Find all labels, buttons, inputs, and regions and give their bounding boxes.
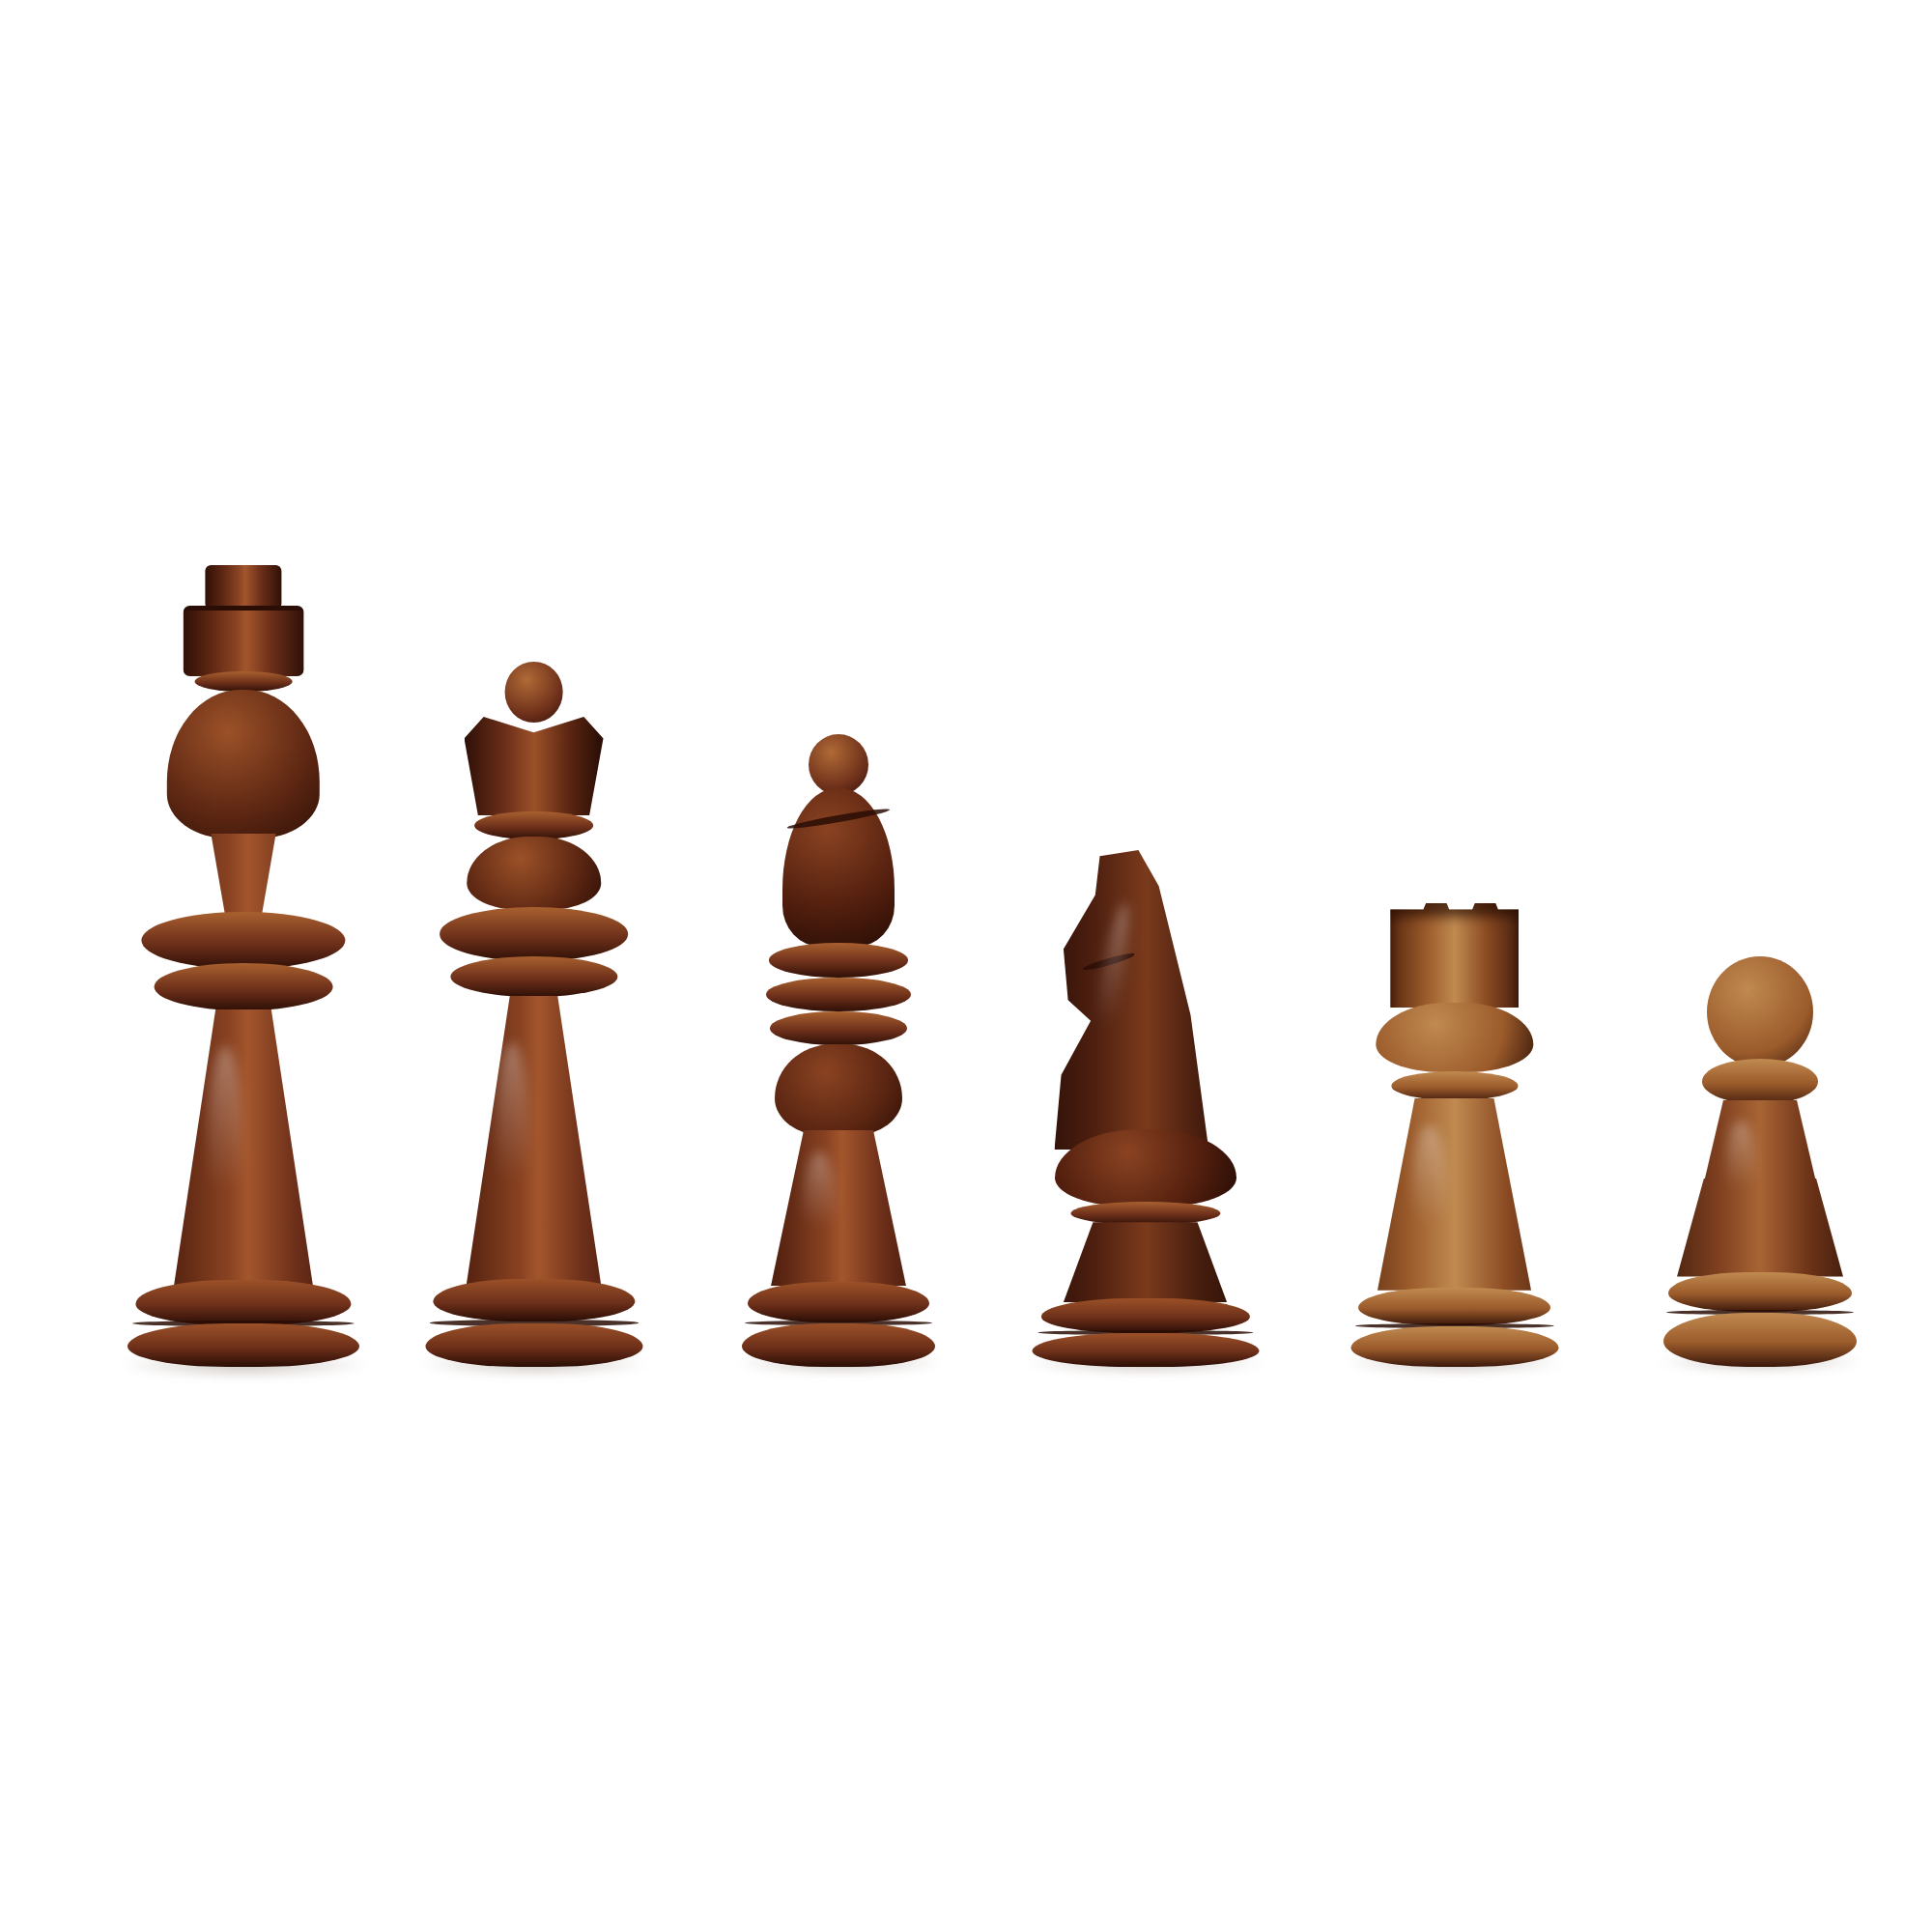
product-photo-canvas xyxy=(0,0,1932,1932)
king-collar-upper xyxy=(141,912,345,970)
rook-base-upper xyxy=(1358,1288,1551,1324)
knight-base-upper xyxy=(1040,1298,1249,1332)
queen-coronet xyxy=(465,717,604,815)
bishop-piece xyxy=(742,734,935,1367)
king-stem xyxy=(128,834,359,914)
king-head xyxy=(167,690,320,838)
queen-body xyxy=(425,996,642,1285)
bishop-ring-2 xyxy=(766,978,911,1011)
queen-crown-ring xyxy=(474,811,594,839)
bishop-body-sheen xyxy=(804,1151,835,1253)
bishop-ring-1 xyxy=(769,943,908,977)
bishop-finial-ball xyxy=(809,734,868,795)
king-neck-ring xyxy=(195,671,293,693)
rook-base-lower xyxy=(1350,1326,1558,1367)
king-base-lower xyxy=(128,1323,359,1367)
king-collar-lower xyxy=(155,963,333,1011)
bishop-base-upper xyxy=(748,1282,929,1322)
rook-piece xyxy=(1350,903,1558,1367)
queen-collar-upper xyxy=(440,907,629,960)
queen-collar-lower xyxy=(450,956,617,997)
king-crown-block xyxy=(184,606,304,676)
queen-piece xyxy=(425,662,642,1367)
bishop-body xyxy=(742,1130,935,1286)
rook-body xyxy=(1350,1098,1558,1291)
knight-head xyxy=(1032,850,1259,1150)
knight-body xyxy=(1032,1222,1259,1302)
knight-waist-ring xyxy=(1070,1202,1220,1226)
rook-turret xyxy=(1390,903,1519,1008)
pawn-collar-ring xyxy=(1702,1059,1818,1104)
king-base-upper xyxy=(135,1280,351,1324)
bishop-torso xyxy=(775,1044,902,1136)
bishop-ring-3 xyxy=(770,1011,907,1045)
knight-shoulder-bulb xyxy=(1055,1129,1236,1207)
king-piece xyxy=(128,565,359,1367)
pawn-neck xyxy=(1663,1100,1857,1182)
queen-finial-ball xyxy=(504,662,563,723)
rook-bulb xyxy=(1376,1003,1533,1072)
pawn-body-sheen xyxy=(1726,1121,1755,1211)
pawn-head-ball xyxy=(1707,956,1813,1067)
knight-piece xyxy=(1032,850,1259,1367)
rook-waist-ring xyxy=(1391,1071,1518,1100)
pawn-base-upper xyxy=(1668,1272,1852,1312)
queen-body-sheen xyxy=(496,1042,528,1226)
bishop-base-lower xyxy=(742,1323,935,1367)
king-body xyxy=(128,1009,359,1286)
knight-base-lower xyxy=(1032,1333,1259,1367)
rook-body-sheen xyxy=(1411,1125,1447,1255)
pawn-bell xyxy=(1663,1179,1857,1277)
queen-base-lower xyxy=(425,1323,642,1367)
king-body-sheen xyxy=(208,1046,242,1238)
king-crown-block-top xyxy=(205,565,281,610)
queen-head-bulb xyxy=(467,837,602,910)
queen-base-upper xyxy=(433,1279,635,1321)
pawn-base-lower xyxy=(1663,1313,1857,1367)
pawn-piece xyxy=(1663,956,1857,1367)
